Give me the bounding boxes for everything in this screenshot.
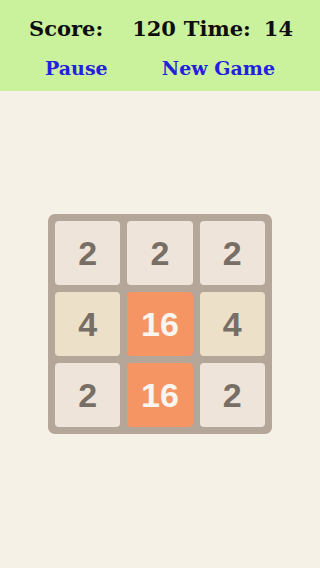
score-value: 120 xyxy=(132,17,176,41)
status-row: Score: 120 Time: 14 xyxy=(0,17,320,41)
time-label: Time: xyxy=(184,17,251,41)
tile-r1c0: 4 xyxy=(55,292,120,356)
tile-r0c2: 2 xyxy=(200,221,265,285)
tile-r0c0: 2 xyxy=(55,221,120,285)
tile-r1c1: 16 xyxy=(127,292,192,356)
game-board[interactable]: 2 2 2 4 16 4 2 16 2 xyxy=(48,214,272,434)
score-display: Score: 120 xyxy=(29,17,176,41)
score-label: Score: xyxy=(29,17,103,41)
tile-r0c1: 2 xyxy=(127,221,192,285)
button-row: Pause New Game xyxy=(0,56,320,80)
tile-r1c2: 4 xyxy=(200,292,265,356)
time-display: Time: 14 xyxy=(184,17,293,41)
tile-r2c0: 2 xyxy=(55,363,120,427)
tile-r2c1: 16 xyxy=(127,363,192,427)
tile-r2c2: 2 xyxy=(200,363,265,427)
header-bar: Score: 120 Time: 14 Pause New Game xyxy=(0,0,320,91)
time-value: 14 xyxy=(264,17,293,41)
pause-button[interactable]: Pause xyxy=(45,56,108,80)
new-game-button[interactable]: New Game xyxy=(162,56,275,80)
app-screen: Score: 120 Time: 14 Pause New Game 2 2 2… xyxy=(0,0,320,568)
